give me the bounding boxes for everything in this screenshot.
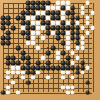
white-stone [41, 55, 46, 60]
black-stone [11, 26, 16, 31]
black-stone [6, 21, 11, 26]
white-stone [16, 90, 21, 95]
star-point [77, 77, 79, 79]
black-stone [50, 46, 55, 51]
white-stone [90, 26, 95, 31]
star-point [17, 77, 19, 79]
black-stone [16, 46, 21, 51]
white-stone [90, 11, 95, 16]
white-stone [70, 75, 75, 80]
go-game-screenshot [0, 0, 100, 100]
white-stone [6, 75, 11, 80]
white-stone [85, 65, 90, 70]
black-stone [85, 80, 90, 85]
black-stone [85, 90, 90, 95]
grid-line-horizontal [3, 88, 92, 89]
white-stone [65, 70, 70, 75]
white-stone [65, 46, 70, 51]
grid-line-vertical [93, 3, 94, 92]
white-stone [11, 80, 16, 85]
white-stone [75, 55, 80, 60]
white-stone [80, 11, 85, 16]
grid-line-horizontal [3, 83, 92, 84]
black-stone [55, 36, 60, 41]
white-stone [21, 75, 26, 80]
white-stone [70, 50, 75, 55]
white-stone [85, 31, 90, 36]
white-stone [80, 70, 85, 75]
white-stone [70, 90, 75, 95]
white-stone [36, 31, 41, 36]
white-stone [80, 46, 85, 51]
white-stone [55, 55, 60, 60]
black-stone [60, 50, 65, 55]
white-stone [85, 21, 90, 26]
black-stone [26, 80, 31, 85]
white-stone [80, 26, 85, 31]
white-stone [36, 46, 41, 51]
white-stone [36, 70, 41, 75]
white-stone [41, 36, 46, 41]
go-board[interactable] [0, 0, 100, 100]
star-point [47, 47, 49, 49]
white-stone [31, 75, 36, 80]
white-stone [6, 90, 11, 95]
black-stone [46, 50, 51, 55]
white-stone [85, 1, 90, 6]
white-stone [46, 75, 51, 80]
black-stone [1, 26, 6, 31]
white-stone [31, 41, 36, 46]
white-stone [60, 75, 65, 80]
black-stone [6, 41, 11, 46]
